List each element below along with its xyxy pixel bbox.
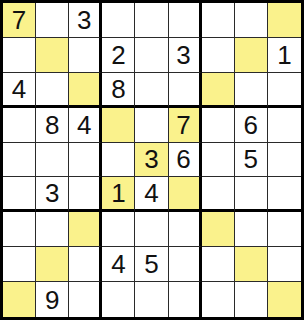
sudoku-cell-r4c3[interactable]: 4 <box>69 108 102 143</box>
sudoku-cell-r9c7[interactable] <box>202 282 235 317</box>
sudoku-cell-r8c6[interactable] <box>169 247 202 282</box>
sudoku-cell-r6c9[interactable] <box>268 177 301 212</box>
sudoku-cell-r9c2[interactable]: 9 <box>36 282 69 317</box>
sudoku-cell-r5c7[interactable] <box>202 143 235 178</box>
sudoku-cell-r6c6[interactable] <box>169 177 202 212</box>
sudoku-cell-r7c6[interactable] <box>169 212 202 247</box>
sudoku-page: 73231488476365314459 <box>0 0 304 320</box>
given-digit: 7 <box>12 7 26 33</box>
sudoku-cell-r7c1[interactable] <box>3 212 36 247</box>
sudoku-cell-r3c3[interactable] <box>69 73 102 108</box>
sudoku-cell-r3c2[interactable] <box>36 73 69 108</box>
given-digit: 4 <box>77 112 91 138</box>
given-digit: 6 <box>244 112 258 138</box>
sudoku-cell-r1c5[interactable] <box>135 3 168 38</box>
given-digit: 8 <box>111 76 125 102</box>
given-digit: 6 <box>176 146 190 172</box>
sudoku-cell-r3c7[interactable] <box>202 73 235 108</box>
sudoku-cell-r4c9[interactable] <box>268 108 301 143</box>
sudoku-cell-r6c5[interactable]: 4 <box>135 177 168 212</box>
given-digit: 7 <box>176 112 190 138</box>
sudoku-cell-r2c4[interactable]: 2 <box>102 38 135 73</box>
sudoku-cell-r6c2[interactable]: 3 <box>36 177 69 212</box>
given-digit: 1 <box>111 180 125 206</box>
sudoku-cell-r8c1[interactable] <box>3 247 36 282</box>
sudoku-cell-r9c9[interactable] <box>268 282 301 317</box>
sudoku-cell-r9c3[interactable] <box>69 282 102 317</box>
sudoku-cell-r3c4[interactable]: 8 <box>102 73 135 108</box>
sudoku-cell-r4c8[interactable]: 6 <box>235 108 268 143</box>
sudoku-cell-r5c8[interactable]: 5 <box>235 143 268 178</box>
sudoku-cell-r8c8[interactable] <box>235 247 268 282</box>
sudoku-cell-r2c2[interactable] <box>36 38 69 73</box>
sudoku-cell-r7c8[interactable] <box>235 212 268 247</box>
sudoku-board: 73231488476365314459 <box>0 0 304 320</box>
sudoku-cell-r4c7[interactable] <box>202 108 235 143</box>
sudoku-cell-r9c4[interactable] <box>102 282 135 317</box>
sudoku-cell-r2c1[interactable] <box>3 38 36 73</box>
sudoku-cell-r8c7[interactable] <box>202 247 235 282</box>
sudoku-cell-r9c8[interactable] <box>235 282 268 317</box>
given-digit: 8 <box>45 112 59 138</box>
given-digit: 3 <box>176 42 190 68</box>
sudoku-cell-r8c4[interactable]: 4 <box>102 247 135 282</box>
sudoku-cell-r3c9[interactable] <box>268 73 301 108</box>
sudoku-cell-r7c2[interactable] <box>36 212 69 247</box>
sudoku-cell-r7c7[interactable] <box>202 212 235 247</box>
given-digit: 9 <box>45 287 59 313</box>
given-digit: 5 <box>144 251 158 277</box>
sudoku-cell-r5c9[interactable] <box>268 143 301 178</box>
sudoku-cell-r5c5[interactable]: 3 <box>135 143 168 178</box>
sudoku-cell-r1c2[interactable] <box>36 3 69 38</box>
sudoku-cell-r8c5[interactable]: 5 <box>135 247 168 282</box>
sudoku-cell-r3c8[interactable] <box>235 73 268 108</box>
given-digit: 3 <box>45 180 59 206</box>
sudoku-cell-r4c4[interactable] <box>102 108 135 143</box>
sudoku-cell-r2c6[interactable]: 3 <box>169 38 202 73</box>
sudoku-cell-r1c9[interactable] <box>268 3 301 38</box>
sudoku-cell-r9c1[interactable] <box>3 282 36 317</box>
given-digit: 2 <box>111 42 125 68</box>
sudoku-cell-r2c9[interactable]: 1 <box>268 38 301 73</box>
given-digit: 1 <box>277 42 291 68</box>
sudoku-cell-r4c5[interactable] <box>135 108 168 143</box>
sudoku-cell-r1c1[interactable]: 7 <box>3 3 36 38</box>
sudoku-cell-r2c7[interactable] <box>202 38 235 73</box>
sudoku-cell-r5c4[interactable] <box>102 143 135 178</box>
sudoku-cell-r7c3[interactable] <box>69 212 102 247</box>
sudoku-cell-r1c6[interactable] <box>169 3 202 38</box>
sudoku-cell-r6c3[interactable] <box>69 177 102 212</box>
sudoku-cell-r1c8[interactable] <box>235 3 268 38</box>
given-digit: 3 <box>77 7 91 33</box>
sudoku-cell-r6c1[interactable] <box>3 177 36 212</box>
given-digit: 4 <box>12 76 26 102</box>
sudoku-cell-r4c2[interactable]: 8 <box>36 108 69 143</box>
sudoku-cell-r4c6[interactable]: 7 <box>169 108 202 143</box>
sudoku-cell-r6c4[interactable]: 1 <box>102 177 135 212</box>
given-digit: 5 <box>244 146 258 172</box>
sudoku-cell-r2c5[interactable] <box>135 38 168 73</box>
sudoku-cell-r3c6[interactable] <box>169 73 202 108</box>
sudoku-cell-r1c4[interactable] <box>102 3 135 38</box>
sudoku-cell-r5c6[interactable]: 6 <box>169 143 202 178</box>
sudoku-cell-r9c6[interactable] <box>169 282 202 317</box>
sudoku-cell-r4c1[interactable] <box>3 108 36 143</box>
sudoku-cell-r5c3[interactable] <box>69 143 102 178</box>
sudoku-cell-r8c2[interactable] <box>36 247 69 282</box>
sudoku-cell-r5c1[interactable] <box>3 143 36 178</box>
given-digit: 3 <box>144 146 158 172</box>
given-digit: 4 <box>111 251 125 277</box>
sudoku-cell-r9c5[interactable] <box>135 282 168 317</box>
sudoku-cell-r8c9[interactable] <box>268 247 301 282</box>
sudoku-cell-r7c5[interactable] <box>135 212 168 247</box>
sudoku-cell-r5c2[interactable] <box>36 143 69 178</box>
sudoku-cell-r2c3[interactable] <box>69 38 102 73</box>
given-digit: 4 <box>144 180 158 206</box>
sudoku-cell-r6c7[interactable] <box>202 177 235 212</box>
sudoku-cell-r7c4[interactable] <box>102 212 135 247</box>
sudoku-cell-r8c3[interactable] <box>69 247 102 282</box>
sudoku-cell-r1c7[interactable] <box>202 3 235 38</box>
sudoku-cell-r7c9[interactable] <box>268 212 301 247</box>
sudoku-cell-r1c3[interactable]: 3 <box>69 3 102 38</box>
sudoku-cell-r2c8[interactable] <box>235 38 268 73</box>
sudoku-cell-r3c5[interactable] <box>135 73 168 108</box>
sudoku-cell-r6c8[interactable] <box>235 177 268 212</box>
sudoku-cell-r3c1[interactable]: 4 <box>3 73 36 108</box>
